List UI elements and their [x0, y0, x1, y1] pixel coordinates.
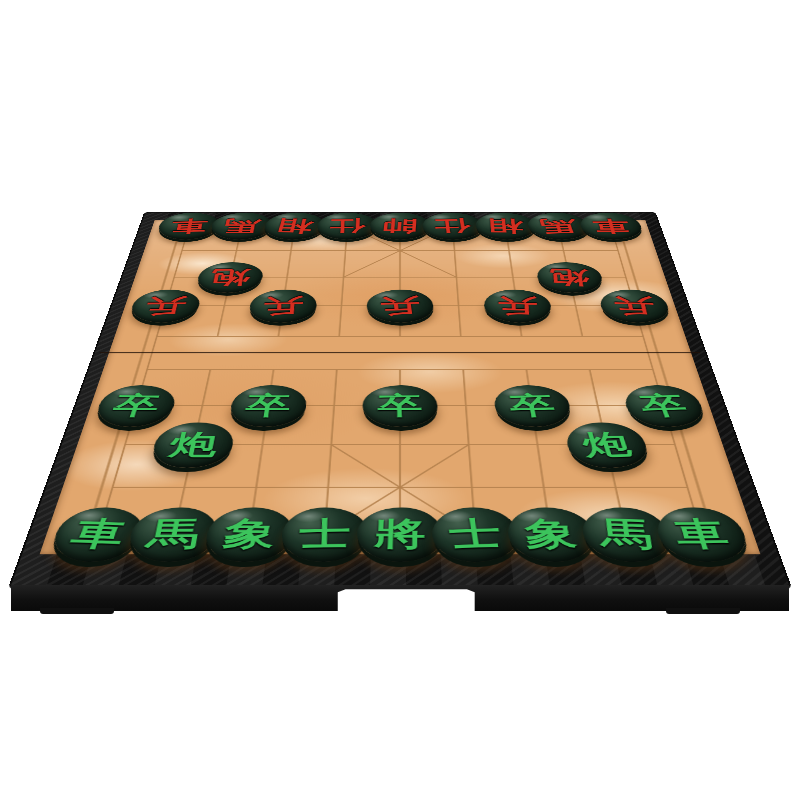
- red-piece-character: 相: [274, 218, 314, 235]
- red-piece-character: 馬: [222, 218, 261, 234]
- red-piece-character: 仕: [329, 218, 365, 234]
- green-piece-character: 象: [523, 518, 579, 551]
- green-piece-character: 將: [373, 518, 425, 551]
- green-piece-character: 象: [220, 517, 278, 551]
- green-piece-character: 士: [448, 517, 504, 551]
- green-piece-character: 卒: [507, 393, 557, 419]
- green-piece-character: 車: [671, 518, 733, 551]
- red-piece-character: 兵: [143, 296, 188, 316]
- red-piece-character: 兵: [379, 296, 421, 317]
- red-piece-character: 炮: [549, 268, 590, 287]
- red-piece-character: 相: [487, 218, 525, 234]
- green-piece-character: 炮: [167, 431, 220, 458]
- board-foot-right: [666, 608, 740, 614]
- green-piece-character: 車: [67, 517, 130, 551]
- product-photo-stage: 車馬相仕帥仕相馬車炮炮兵兵兵兵兵卒卒卒卒卒炮炮車馬象士將士象馬車: [0, 0, 800, 800]
- board-fold-hinge-line: [99, 352, 700, 354]
- board-foot-left: [40, 608, 114, 614]
- green-piece-character: 炮: [579, 431, 634, 460]
- green-piece-character: 卒: [377, 393, 423, 418]
- red-piece-character: 兵: [497, 296, 538, 317]
- red-piece-character: 車: [591, 218, 632, 234]
- green-piece-character: 馬: [598, 517, 654, 551]
- red-piece-character: 車: [170, 218, 209, 235]
- red-piece-character: 兵: [612, 296, 656, 316]
- red-piece-character: 兵: [262, 296, 303, 316]
- red-piece-character: 馬: [538, 218, 579, 235]
- green-piece-character: 卒: [110, 393, 163, 418]
- green-piece-character: 士: [298, 517, 350, 551]
- xiangqi-board: 車馬相仕帥仕相馬車炮炮兵兵兵兵兵卒卒卒卒卒炮炮車馬象士將士象馬車: [10, 213, 790, 588]
- red-piece-character: 仕: [434, 218, 472, 235]
- red-piece-character: 帥: [381, 218, 418, 235]
- green-piece-character: 卒: [244, 393, 293, 418]
- green-piece-character: 馬: [145, 518, 203, 551]
- red-piece-character: 炮: [209, 268, 251, 287]
- green-piece-character: 卒: [637, 393, 691, 419]
